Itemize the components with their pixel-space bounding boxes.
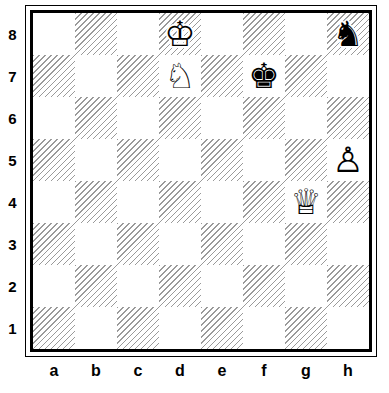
square-h1[interactable] — [327, 307, 369, 349]
square-h3[interactable] — [327, 223, 369, 265]
file-label-b: b — [75, 357, 117, 385]
square-g5[interactable] — [285, 139, 327, 181]
square-f5[interactable] — [243, 139, 285, 181]
square-g4[interactable]: ♕ — [285, 181, 327, 223]
square-g7[interactable] — [285, 55, 327, 97]
square-h7[interactable] — [327, 55, 369, 97]
square-e8[interactable] — [201, 13, 243, 55]
square-a3[interactable] — [33, 223, 75, 265]
square-a6[interactable] — [33, 97, 75, 139]
rank-label-5: 5 — [0, 139, 25, 181]
file-label-f: f — [243, 357, 285, 385]
rank-label-1: 1 — [0, 307, 25, 349]
file-label-d: d — [159, 357, 201, 385]
square-c1[interactable] — [117, 307, 159, 349]
square-a2[interactable] — [33, 265, 75, 307]
file-label-h: h — [327, 357, 369, 385]
square-d3[interactable] — [159, 223, 201, 265]
chess-diagram: 87654321 ♔♞♘♚♙♕ abcdefgh — [0, 0, 389, 385]
board-and-rank-labels: 87654321 ♔♞♘♚♙♕ — [0, 5, 389, 357]
square-g1[interactable] — [285, 307, 327, 349]
square-g3[interactable] — [285, 223, 327, 265]
file-labels: abcdefgh — [33, 357, 389, 385]
square-b3[interactable] — [75, 223, 117, 265]
square-f1[interactable] — [243, 307, 285, 349]
square-d8[interactable]: ♔ — [159, 13, 201, 55]
black-knight[interactable]: ♞ — [327, 13, 369, 55]
square-e2[interactable] — [201, 265, 243, 307]
square-c7[interactable] — [117, 55, 159, 97]
rank-labels: 87654321 — [0, 5, 25, 349]
square-b4[interactable] — [75, 181, 117, 223]
square-h5[interactable]: ♙ — [327, 139, 369, 181]
square-f4[interactable] — [243, 181, 285, 223]
square-e4[interactable] — [201, 181, 243, 223]
square-d5[interactable] — [159, 139, 201, 181]
rank-label-7: 7 — [0, 55, 25, 97]
square-d4[interactable] — [159, 181, 201, 223]
square-h6[interactable] — [327, 97, 369, 139]
square-b7[interactable] — [75, 55, 117, 97]
square-a5[interactable] — [33, 139, 75, 181]
square-g8[interactable] — [285, 13, 327, 55]
white-queen[interactable]: ♕ — [285, 181, 327, 223]
square-c8[interactable] — [117, 13, 159, 55]
file-label-g: g — [285, 357, 327, 385]
square-e7[interactable] — [201, 55, 243, 97]
square-d6[interactable] — [159, 97, 201, 139]
square-b1[interactable] — [75, 307, 117, 349]
square-c4[interactable] — [117, 181, 159, 223]
chess-board: ♔♞♘♚♙♕ — [33, 13, 369, 349]
rank-label-6: 6 — [0, 97, 25, 139]
square-g2[interactable] — [285, 265, 327, 307]
square-a7[interactable] — [33, 55, 75, 97]
board-inner-border: ♔♞♘♚♙♕ — [30, 10, 372, 352]
square-c2[interactable] — [117, 265, 159, 307]
square-c3[interactable] — [117, 223, 159, 265]
square-b5[interactable] — [75, 139, 117, 181]
square-f8[interactable] — [243, 13, 285, 55]
white-pawn[interactable]: ♙ — [327, 139, 369, 181]
file-label-c: c — [117, 357, 159, 385]
square-d1[interactable] — [159, 307, 201, 349]
square-f6[interactable] — [243, 97, 285, 139]
black-king[interactable]: ♚ — [243, 55, 285, 97]
square-f3[interactable] — [243, 223, 285, 265]
square-a1[interactable] — [33, 307, 75, 349]
rank-label-3: 3 — [0, 223, 25, 265]
rank-label-4: 4 — [0, 181, 25, 223]
square-c5[interactable] — [117, 139, 159, 181]
square-d2[interactable] — [159, 265, 201, 307]
white-knight[interactable]: ♘ — [159, 55, 201, 97]
square-a8[interactable] — [33, 13, 75, 55]
square-f2[interactable] — [243, 265, 285, 307]
square-g6[interactable] — [285, 97, 327, 139]
rank-label-8: 8 — [0, 13, 25, 55]
square-e5[interactable] — [201, 139, 243, 181]
square-h4[interactable] — [327, 181, 369, 223]
board-frame: ♔♞♘♚♙♕ — [25, 5, 377, 357]
square-e6[interactable] — [201, 97, 243, 139]
square-h2[interactable] — [327, 265, 369, 307]
square-d7[interactable]: ♘ — [159, 55, 201, 97]
square-b6[interactable] — [75, 97, 117, 139]
square-b2[interactable] — [75, 265, 117, 307]
square-c6[interactable] — [117, 97, 159, 139]
file-label-e: e — [201, 357, 243, 385]
square-b8[interactable] — [75, 13, 117, 55]
square-e3[interactable] — [201, 223, 243, 265]
square-f7[interactable]: ♚ — [243, 55, 285, 97]
square-a4[interactable] — [33, 181, 75, 223]
file-label-a: a — [33, 357, 75, 385]
square-h8[interactable]: ♞ — [327, 13, 369, 55]
white-king[interactable]: ♔ — [159, 13, 201, 55]
square-e1[interactable] — [201, 307, 243, 349]
rank-label-2: 2 — [0, 265, 25, 307]
